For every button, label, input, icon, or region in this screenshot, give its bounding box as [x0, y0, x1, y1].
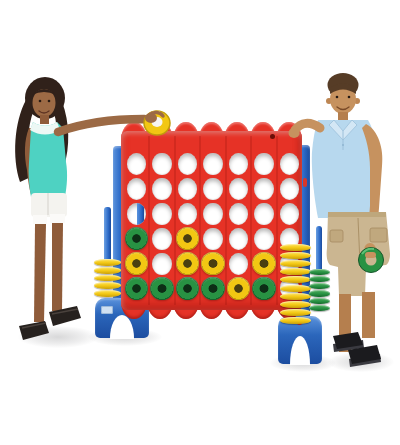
disc-yellow-r5c4 [201, 252, 225, 276]
boy-player [278, 68, 400, 370]
board-column-rib [174, 136, 176, 305]
board-column-rib [250, 136, 252, 305]
disc-yellow-r5c6 [252, 252, 276, 276]
board-cell-r3c4 [203, 203, 223, 225]
board-cell-r3c6 [254, 203, 274, 225]
board-bottom-scallop [199, 301, 225, 319]
board-cell-r3c5 [229, 203, 249, 225]
board-column-rib [199, 136, 201, 305]
disc-green-r6c3 [176, 277, 200, 301]
boy-held-green-ring [359, 248, 384, 273]
board-cell-r2c6 [254, 178, 274, 200]
board-top-scallop [224, 122, 250, 140]
board-bottom-scallop [173, 301, 199, 319]
disc-yellow-r4c3 [176, 227, 200, 251]
board-cell-r4c3 [178, 228, 198, 250]
board-cell-r1c6 [254, 153, 274, 175]
board-cell-r2c5 [229, 178, 249, 200]
board-hanger-hole [270, 134, 275, 139]
girl-player [0, 70, 170, 360]
board-column-rib [225, 136, 227, 305]
board-top-scallop [173, 122, 199, 140]
board-cell-r4c6 [254, 228, 274, 250]
boy-neck [338, 112, 348, 121]
board-cell-r3c3 [178, 203, 198, 225]
board-cell-r1c4 [203, 153, 223, 175]
disc-yellow-r5c3 [176, 252, 200, 276]
board-cell-r2c3 [178, 178, 198, 200]
scene-giant-connect-four [0, 0, 400, 445]
board-top-scallop [250, 122, 276, 140]
girl-sandals [19, 306, 81, 340]
board-bottom-scallop [250, 301, 276, 319]
board-cell-r6c4 [203, 277, 223, 299]
girl-legs [34, 223, 63, 322]
board-cell-r1c3 [178, 153, 198, 175]
board-bottom-scallop [224, 301, 250, 319]
board-cell-r5c4 [203, 253, 223, 275]
board-cell-r5c6 [254, 253, 274, 275]
boy-face [326, 84, 360, 115]
disc-green-r6c6 [252, 277, 276, 301]
board-cell-r4c5 [229, 228, 249, 250]
board-cell-r2c4 [203, 178, 223, 200]
girl-shorts [31, 193, 67, 224]
board-cell-r6c6 [254, 277, 274, 299]
board-cell-r6c5 [229, 277, 249, 299]
disc-green-r6c4 [201, 277, 225, 301]
board-cell-r6c3 [178, 277, 198, 299]
board-cell-r1c5 [229, 153, 249, 175]
board-cell-r4c4 [203, 228, 223, 250]
disc-yellow-r6c5 [227, 277, 251, 301]
girl-neck [40, 115, 49, 124]
board-top-scallop [199, 122, 225, 140]
board-cell-r5c3 [178, 253, 198, 275]
board-cell-r5c5 [229, 253, 249, 275]
